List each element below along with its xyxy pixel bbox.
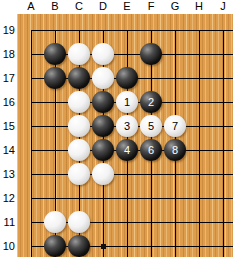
intersection-A11[interactable] bbox=[19, 210, 43, 234]
intersection-C17[interactable] bbox=[67, 66, 91, 90]
intersection-C16[interactable] bbox=[67, 90, 91, 114]
white-stone-D13 bbox=[92, 163, 114, 185]
column-label-G: G bbox=[163, 0, 187, 13]
intersection-H18[interactable] bbox=[187, 42, 211, 66]
go-board-screenshot: ABCDEFGHJ 19181716151413121110 12357468 bbox=[0, 0, 233, 257]
white-stone-E15: 3 bbox=[116, 115, 138, 137]
white-stone-D17 bbox=[92, 67, 114, 89]
intersection-F19[interactable] bbox=[139, 18, 163, 42]
column-label-J: J bbox=[211, 0, 233, 13]
intersection-D15[interactable] bbox=[91, 114, 115, 138]
intersection-B12[interactable] bbox=[43, 186, 67, 210]
row-label-18: 18 bbox=[0, 48, 15, 60]
intersection-J16[interactable] bbox=[211, 90, 233, 114]
black-stone-F16: 2 bbox=[140, 91, 162, 113]
intersection-B15[interactable] bbox=[43, 114, 67, 138]
intersection-C12[interactable] bbox=[67, 186, 91, 210]
black-stone-D16 bbox=[92, 91, 114, 113]
intersection-A18[interactable] bbox=[19, 42, 43, 66]
intersection-B19[interactable] bbox=[43, 18, 67, 42]
intersection-E15[interactable]: 3 bbox=[115, 114, 139, 138]
intersection-G18[interactable] bbox=[163, 42, 187, 66]
intersection-J17[interactable] bbox=[211, 66, 233, 90]
row-label-10: 10 bbox=[0, 240, 15, 252]
intersection-G17[interactable] bbox=[163, 66, 187, 90]
intersection-G15[interactable]: 7 bbox=[163, 114, 187, 138]
row-label-14: 14 bbox=[0, 144, 15, 156]
intersection-J19[interactable] bbox=[211, 18, 233, 42]
intersection-J14[interactable] bbox=[211, 138, 233, 162]
goban-grid: 12357468 bbox=[19, 18, 233, 257]
black-stone-F18 bbox=[140, 43, 162, 65]
intersection-D13[interactable] bbox=[91, 162, 115, 186]
intersection-J18[interactable] bbox=[211, 42, 233, 66]
intersection-D18[interactable] bbox=[91, 42, 115, 66]
intersection-F13[interactable] bbox=[139, 162, 163, 186]
move-number-8: 8 bbox=[164, 139, 186, 161]
black-stone-B10 bbox=[44, 235, 66, 257]
intersection-A17[interactable] bbox=[19, 66, 43, 90]
intersection-F15[interactable]: 5 bbox=[139, 114, 163, 138]
intersection-H19[interactable] bbox=[187, 18, 211, 42]
intersection-F14[interactable]: 6 bbox=[139, 138, 163, 162]
intersection-D19[interactable] bbox=[91, 18, 115, 42]
intersection-H13[interactable] bbox=[187, 162, 211, 186]
intersection-B14[interactable] bbox=[43, 138, 67, 162]
intersection-G19[interactable] bbox=[163, 18, 187, 42]
intersection-B17[interactable] bbox=[43, 66, 67, 90]
intersection-D12[interactable] bbox=[91, 186, 115, 210]
white-stone-C14 bbox=[68, 139, 90, 161]
white-stone-E16: 1 bbox=[116, 91, 138, 113]
intersection-C18[interactable] bbox=[67, 42, 91, 66]
intersection-J10[interactable] bbox=[211, 234, 233, 257]
intersection-A10[interactable] bbox=[19, 234, 43, 257]
intersection-G13[interactable] bbox=[163, 162, 187, 186]
intersection-F10[interactable] bbox=[139, 234, 163, 257]
move-number-6: 6 bbox=[140, 139, 162, 161]
intersection-B10[interactable] bbox=[43, 234, 67, 257]
intersection-H10[interactable] bbox=[187, 234, 211, 257]
intersection-B16[interactable] bbox=[43, 90, 67, 114]
intersection-E19[interactable] bbox=[115, 18, 139, 42]
column-label-H: H bbox=[187, 0, 211, 13]
intersection-G11[interactable] bbox=[163, 210, 187, 234]
intersection-H11[interactable] bbox=[187, 210, 211, 234]
intersection-D10[interactable] bbox=[91, 234, 115, 257]
intersection-E17[interactable] bbox=[115, 66, 139, 90]
white-stone-C13 bbox=[68, 163, 90, 185]
white-stone-B11 bbox=[44, 211, 66, 233]
column-label-E: E bbox=[115, 0, 139, 13]
intersection-H12[interactable] bbox=[187, 186, 211, 210]
intersection-J11[interactable] bbox=[211, 210, 233, 234]
white-stone-C11 bbox=[68, 211, 90, 233]
intersection-D14[interactable] bbox=[91, 138, 115, 162]
intersection-A16[interactable] bbox=[19, 90, 43, 114]
intersection-F11[interactable] bbox=[139, 210, 163, 234]
move-number-4: 4 bbox=[116, 139, 138, 161]
column-label-F: F bbox=[139, 0, 163, 13]
intersection-A13[interactable] bbox=[19, 162, 43, 186]
black-stone-D14 bbox=[92, 139, 114, 161]
intersection-H14[interactable] bbox=[187, 138, 211, 162]
black-stone-B18 bbox=[44, 43, 66, 65]
white-stone-G15: 7 bbox=[164, 115, 186, 137]
row-label-12: 12 bbox=[0, 192, 15, 204]
column-label-A: A bbox=[19, 0, 43, 13]
intersection-E12[interactable] bbox=[115, 186, 139, 210]
intersection-D17[interactable] bbox=[91, 66, 115, 90]
intersection-A15[interactable] bbox=[19, 114, 43, 138]
intersection-C10[interactable] bbox=[67, 234, 91, 257]
intersection-B18[interactable] bbox=[43, 42, 67, 66]
intersection-G14[interactable]: 8 bbox=[163, 138, 187, 162]
intersection-F16[interactable]: 2 bbox=[139, 90, 163, 114]
intersection-G16[interactable] bbox=[163, 90, 187, 114]
black-stone-F14: 6 bbox=[140, 139, 162, 161]
move-number-5: 5 bbox=[140, 115, 162, 137]
intersection-C11[interactable] bbox=[67, 210, 91, 234]
black-stone-B17 bbox=[44, 67, 66, 89]
intersection-C19[interactable] bbox=[67, 18, 91, 42]
row-label-17: 17 bbox=[0, 72, 15, 84]
white-stone-D18 bbox=[92, 43, 114, 65]
intersection-F17[interactable] bbox=[139, 66, 163, 90]
black-stone-E14: 4 bbox=[116, 139, 138, 161]
black-stone-C17 bbox=[68, 67, 90, 89]
intersection-E13[interactable] bbox=[115, 162, 139, 186]
intersection-J13[interactable] bbox=[211, 162, 233, 186]
intersection-E16[interactable]: 1 bbox=[115, 90, 139, 114]
row-label-11: 11 bbox=[0, 216, 15, 228]
intersection-E10[interactable] bbox=[115, 234, 139, 257]
intersection-A12[interactable] bbox=[19, 186, 43, 210]
intersection-E18[interactable] bbox=[115, 42, 139, 66]
intersection-C13[interactable] bbox=[67, 162, 91, 186]
intersection-E14[interactable]: 4 bbox=[115, 138, 139, 162]
intersection-H15[interactable] bbox=[187, 114, 211, 138]
move-number-1: 1 bbox=[116, 91, 138, 113]
goban: 12357468 bbox=[17, 14, 233, 257]
move-number-3: 3 bbox=[116, 115, 138, 137]
intersection-B11[interactable] bbox=[43, 210, 67, 234]
column-label-B: B bbox=[43, 0, 67, 13]
row-label-19: 19 bbox=[0, 24, 15, 36]
white-stone-C18 bbox=[68, 43, 90, 65]
intersection-B13[interactable] bbox=[43, 162, 67, 186]
intersection-C14[interactable] bbox=[67, 138, 91, 162]
black-stone-C10 bbox=[68, 235, 90, 257]
intersection-F12[interactable] bbox=[139, 186, 163, 210]
intersection-A14[interactable] bbox=[19, 138, 43, 162]
star-point-D10 bbox=[101, 244, 106, 249]
row-label-15: 15 bbox=[0, 120, 15, 132]
intersection-C15[interactable] bbox=[67, 114, 91, 138]
move-number-2: 2 bbox=[140, 91, 162, 113]
intersection-J12[interactable] bbox=[211, 186, 233, 210]
row-label-16: 16 bbox=[0, 96, 15, 108]
white-stone-C16 bbox=[68, 91, 90, 113]
intersection-F18[interactable] bbox=[139, 42, 163, 66]
column-label-D: D bbox=[91, 0, 115, 13]
white-stone-F15: 5 bbox=[140, 115, 162, 137]
intersection-G12[interactable] bbox=[163, 186, 187, 210]
intersection-E11[interactable] bbox=[115, 210, 139, 234]
intersection-D16[interactable] bbox=[91, 90, 115, 114]
column-label-C: C bbox=[67, 0, 91, 13]
white-stone-C15 bbox=[68, 115, 90, 137]
intersection-H16[interactable] bbox=[187, 90, 211, 114]
move-number-7: 7 bbox=[164, 115, 186, 137]
row-label-13: 13 bbox=[0, 168, 15, 180]
intersection-J15[interactable] bbox=[211, 114, 233, 138]
intersection-D11[interactable] bbox=[91, 210, 115, 234]
intersection-G10[interactable] bbox=[163, 234, 187, 257]
black-stone-E17 bbox=[116, 67, 138, 89]
black-stone-D15 bbox=[92, 115, 114, 137]
black-stone-G14: 8 bbox=[164, 139, 186, 161]
intersection-H17[interactable] bbox=[187, 66, 211, 90]
intersection-A19[interactable] bbox=[19, 18, 43, 42]
